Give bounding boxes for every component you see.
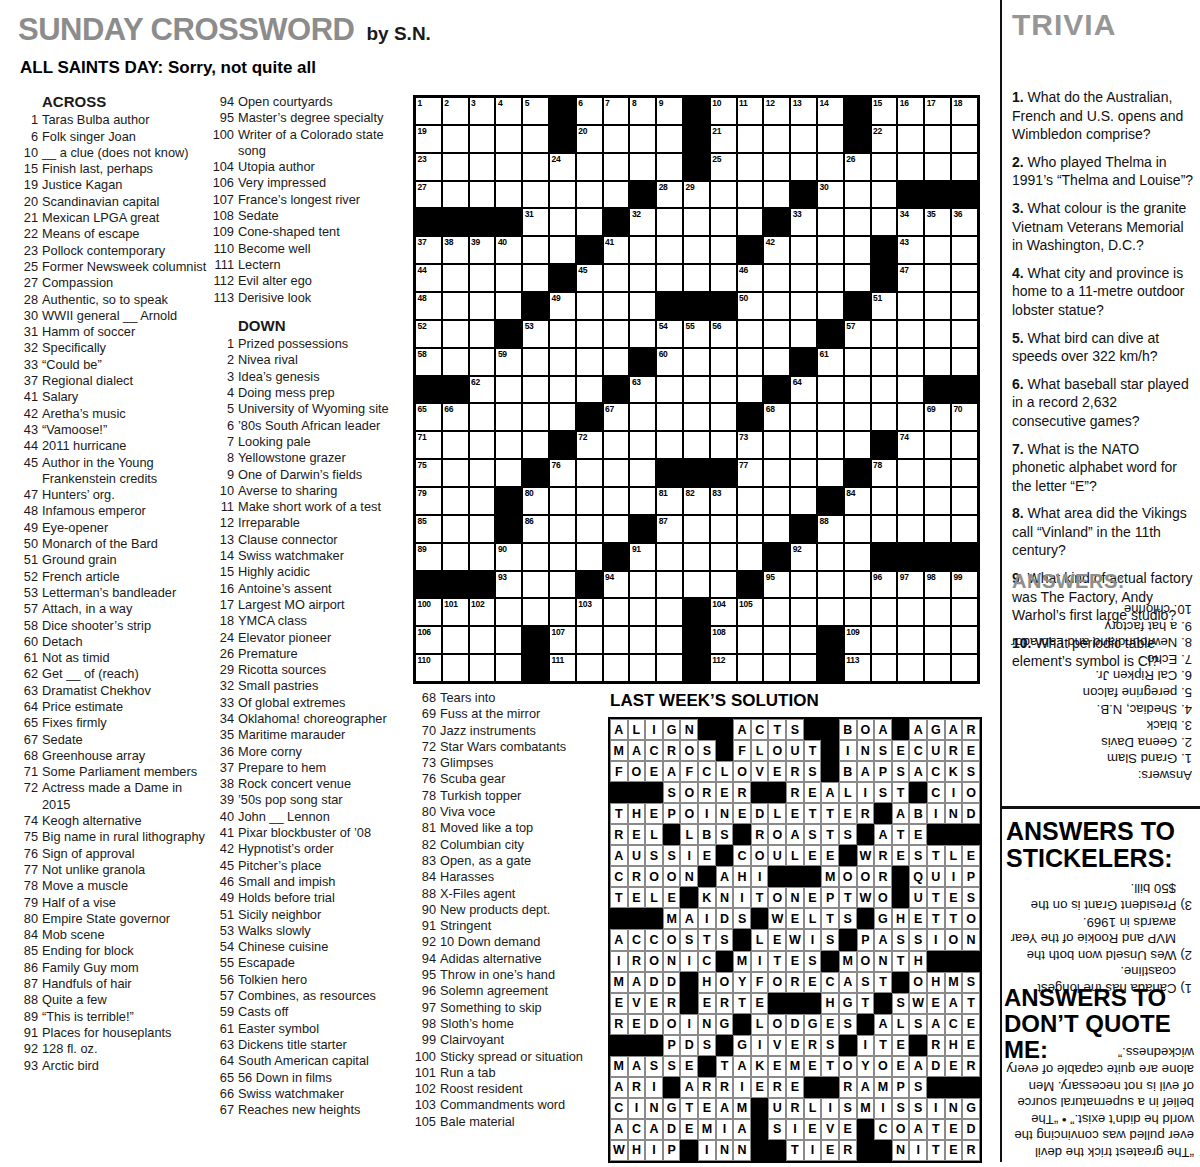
grid-cell[interactable] — [790, 236, 817, 264]
grid-cell[interactable] — [951, 320, 978, 348]
grid-cell[interactable] — [469, 515, 496, 543]
grid-cell[interactable] — [549, 515, 576, 543]
grid-cell[interactable]: 73 — [737, 431, 764, 459]
grid-cell[interactable] — [737, 376, 764, 404]
grid-cell[interactable] — [469, 654, 496, 682]
grid-cell[interactable] — [951, 153, 978, 181]
grid-cell[interactable]: 107 — [549, 626, 576, 654]
grid-cell[interactable]: 6 — [576, 97, 603, 125]
grid-cell[interactable]: 108 — [710, 626, 737, 654]
grid-cell[interactable] — [522, 431, 549, 459]
grid-cell[interactable]: 75 — [415, 459, 442, 487]
grid-cell[interactable] — [790, 153, 817, 181]
grid-cell[interactable]: 65 — [415, 403, 442, 431]
grid-cell[interactable] — [737, 348, 764, 376]
grid-cell[interactable] — [576, 654, 603, 682]
grid-cell[interactable] — [790, 292, 817, 320]
grid-cell[interactable] — [629, 598, 656, 626]
grid-cell[interactable]: 66 — [442, 403, 469, 431]
grid-cell[interactable] — [871, 348, 898, 376]
grid-cell[interactable] — [549, 181, 576, 209]
grid-cell[interactable]: 98 — [924, 571, 951, 599]
grid-cell[interactable]: 89 — [415, 543, 442, 571]
grid-cell[interactable] — [683, 208, 710, 236]
grid-cell[interactable] — [871, 487, 898, 515]
grid-cell[interactable] — [603, 626, 630, 654]
grid-cell[interactable]: 53 — [522, 320, 549, 348]
grid-cell[interactable] — [656, 236, 683, 264]
grid-cell[interactable] — [442, 264, 469, 292]
grid-cell[interactable]: 109 — [844, 626, 871, 654]
grid-cell[interactable] — [844, 515, 871, 543]
grid-cell[interactable] — [603, 348, 630, 376]
grid-cell[interactable] — [737, 153, 764, 181]
grid-cell[interactable]: 71 — [415, 431, 442, 459]
grid-cell[interactable] — [442, 626, 469, 654]
grid-cell[interactable] — [871, 153, 898, 181]
grid-cell[interactable]: 68 — [763, 403, 790, 431]
grid-cell[interactable] — [495, 264, 522, 292]
grid-cell[interactable] — [817, 403, 844, 431]
grid-cell[interactable]: 4 — [495, 97, 522, 125]
grid-cell[interactable] — [790, 654, 817, 682]
grid-cell[interactable] — [763, 598, 790, 626]
grid-cell[interactable] — [790, 320, 817, 348]
grid-cell[interactable]: 102 — [469, 598, 496, 626]
grid-cell[interactable] — [549, 236, 576, 264]
grid-cell[interactable] — [683, 264, 710, 292]
grid-cell[interactable]: 82 — [683, 487, 710, 515]
grid-cell[interactable] — [683, 236, 710, 264]
grid-cell[interactable] — [817, 292, 844, 320]
grid-cell[interactable] — [442, 181, 469, 209]
grid-cell[interactable] — [897, 153, 924, 181]
grid-cell[interactable] — [442, 654, 469, 682]
grid-cell[interactable] — [844, 571, 871, 599]
grid-cell[interactable] — [549, 543, 576, 571]
grid-cell[interactable]: 83 — [710, 487, 737, 515]
grid-cell[interactable] — [656, 376, 683, 404]
grid-cell[interactable]: 42 — [763, 236, 790, 264]
grid-cell[interactable]: 95 — [763, 571, 790, 599]
grid-cell[interactable] — [656, 153, 683, 181]
grid-cell[interactable]: 92 — [790, 543, 817, 571]
grid-cell[interactable]: 7 — [603, 97, 630, 125]
grid-cell[interactable] — [442, 348, 469, 376]
grid-cell[interactable] — [656, 208, 683, 236]
grid-cell[interactable] — [951, 431, 978, 459]
grid-cell[interactable] — [522, 543, 549, 571]
grid-cell[interactable] — [924, 292, 951, 320]
grid-cell[interactable] — [924, 236, 951, 264]
grid-cell[interactable] — [951, 236, 978, 264]
grid-cell[interactable] — [951, 459, 978, 487]
grid-cell[interactable]: 51 — [871, 292, 898, 320]
grid-cell[interactable] — [469, 543, 496, 571]
grid-cell[interactable]: 77 — [737, 459, 764, 487]
grid-cell[interactable] — [737, 515, 764, 543]
grid-cell[interactable]: 61 — [817, 348, 844, 376]
grid-cell[interactable] — [576, 320, 603, 348]
grid-cell[interactable]: 29 — [683, 181, 710, 209]
grid-cell[interactable] — [710, 264, 737, 292]
grid-cell[interactable] — [924, 626, 951, 654]
grid-cell[interactable] — [951, 487, 978, 515]
grid-cell[interactable] — [603, 487, 630, 515]
grid-cell[interactable] — [522, 571, 549, 599]
grid-cell[interactable] — [549, 571, 576, 599]
grid-cell[interactable] — [469, 487, 496, 515]
grid-cell[interactable]: 23 — [415, 153, 442, 181]
grid-cell[interactable] — [629, 153, 656, 181]
grid-cell[interactable]: 15 — [871, 97, 898, 125]
grid-cell[interactable] — [844, 208, 871, 236]
grid-cell[interactable] — [844, 403, 871, 431]
grid-cell[interactable] — [790, 598, 817, 626]
grid-cell[interactable] — [469, 403, 496, 431]
grid-cell[interactable] — [522, 181, 549, 209]
grid-cell[interactable] — [763, 125, 790, 153]
grid-cell[interactable]: 49 — [549, 292, 576, 320]
grid-cell[interactable] — [951, 598, 978, 626]
grid-cell[interactable] — [897, 348, 924, 376]
grid-cell[interactable]: 27 — [415, 181, 442, 209]
grid-cell[interactable] — [817, 153, 844, 181]
grid-cell[interactable] — [469, 459, 496, 487]
grid-cell[interactable]: 111 — [549, 654, 576, 682]
grid-cell[interactable]: 1 — [415, 97, 442, 125]
grid-cell[interactable] — [495, 292, 522, 320]
grid-cell[interactable]: 56 — [710, 320, 737, 348]
grid-cell[interactable] — [522, 236, 549, 264]
grid-cell[interactable] — [763, 348, 790, 376]
crossword-grid[interactable]: 1234567891011121314151617181920212223242… — [413, 95, 980, 684]
grid-cell[interactable]: 48 — [415, 292, 442, 320]
grid-cell[interactable] — [710, 376, 737, 404]
grid-cell[interactable] — [897, 403, 924, 431]
grid-cell[interactable] — [495, 459, 522, 487]
grid-cell[interactable] — [603, 598, 630, 626]
grid-cell[interactable] — [763, 181, 790, 209]
grid-cell[interactable] — [817, 264, 844, 292]
grid-cell[interactable]: 45 — [576, 264, 603, 292]
grid-cell[interactable]: 12 — [763, 97, 790, 125]
grid-cell[interactable] — [763, 459, 790, 487]
grid-cell[interactable] — [522, 153, 549, 181]
grid-cell[interactable] — [603, 125, 630, 153]
grid-cell[interactable] — [763, 264, 790, 292]
grid-cell[interactable] — [951, 125, 978, 153]
grid-cell[interactable] — [737, 181, 764, 209]
grid-cell[interactable]: 94 — [603, 571, 630, 599]
grid-cell[interactable] — [629, 264, 656, 292]
grid-cell[interactable] — [629, 292, 656, 320]
grid-cell[interactable] — [603, 431, 630, 459]
grid-cell[interactable] — [469, 431, 496, 459]
grid-cell[interactable] — [924, 264, 951, 292]
grid-cell[interactable] — [495, 153, 522, 181]
grid-cell[interactable] — [522, 125, 549, 153]
grid-cell[interactable]: 33 — [790, 208, 817, 236]
grid-cell[interactable] — [469, 125, 496, 153]
grid-cell[interactable] — [442, 487, 469, 515]
grid-cell[interactable]: 16 — [897, 97, 924, 125]
grid-cell[interactable] — [495, 654, 522, 682]
grid-cell[interactable]: 30 — [817, 181, 844, 209]
grid-cell[interactable] — [603, 264, 630, 292]
grid-cell[interactable] — [442, 459, 469, 487]
grid-cell[interactable]: 62 — [469, 376, 496, 404]
grid-cell[interactable]: 19 — [415, 125, 442, 153]
grid-cell[interactable] — [603, 654, 630, 682]
grid-cell[interactable]: 37 — [415, 236, 442, 264]
grid-cell[interactable] — [897, 376, 924, 404]
grid-cell[interactable] — [951, 515, 978, 543]
grid-cell[interactable] — [790, 125, 817, 153]
grid-cell[interactable]: 38 — [442, 236, 469, 264]
grid-cell[interactable]: 70 — [951, 403, 978, 431]
grid-cell[interactable] — [871, 515, 898, 543]
grid-cell[interactable]: 36 — [951, 208, 978, 236]
grid-cell[interactable] — [656, 403, 683, 431]
grid-cell[interactable]: 9 — [656, 97, 683, 125]
grid-cell[interactable] — [442, 515, 469, 543]
grid-cell[interactable] — [576, 292, 603, 320]
grid-cell[interactable]: 85 — [415, 515, 442, 543]
grid-cell[interactable] — [549, 403, 576, 431]
grid-cell[interactable] — [683, 376, 710, 404]
grid-cell[interactable] — [844, 543, 871, 571]
grid-cell[interactable] — [790, 264, 817, 292]
grid-cell[interactable]: 24 — [549, 153, 576, 181]
grid-cell[interactable] — [683, 571, 710, 599]
grid-cell[interactable] — [629, 459, 656, 487]
grid-cell[interactable] — [549, 487, 576, 515]
grid-cell[interactable] — [469, 264, 496, 292]
grid-cell[interactable] — [924, 487, 951, 515]
grid-cell[interactable] — [924, 654, 951, 682]
grid-cell[interactable]: 54 — [656, 320, 683, 348]
grid-cell[interactable]: 44 — [415, 264, 442, 292]
grid-cell[interactable]: 39 — [469, 236, 496, 264]
grid-cell[interactable] — [469, 626, 496, 654]
grid-cell[interactable] — [603, 292, 630, 320]
grid-cell[interactable]: 90 — [495, 543, 522, 571]
grid-cell[interactable] — [629, 236, 656, 264]
grid-cell[interactable]: 46 — [737, 264, 764, 292]
grid-cell[interactable] — [817, 543, 844, 571]
grid-cell[interactable] — [951, 264, 978, 292]
grid-cell[interactable]: 14 — [817, 97, 844, 125]
grid-cell[interactable]: 97 — [897, 571, 924, 599]
grid-cell[interactable] — [790, 431, 817, 459]
grid-cell[interactable] — [469, 292, 496, 320]
grid-cell[interactable]: 104 — [710, 598, 737, 626]
grid-cell[interactable]: 41 — [603, 236, 630, 264]
grid-cell[interactable] — [629, 571, 656, 599]
grid-cell[interactable] — [629, 654, 656, 682]
grid-cell[interactable] — [710, 571, 737, 599]
grid-cell[interactable] — [576, 487, 603, 515]
grid-cell[interactable] — [495, 376, 522, 404]
grid-cell[interactable] — [924, 153, 951, 181]
grid-cell[interactable] — [710, 543, 737, 571]
grid-cell[interactable]: 100 — [415, 598, 442, 626]
grid-cell[interactable]: 40 — [495, 236, 522, 264]
grid-cell[interactable] — [495, 181, 522, 209]
grid-cell[interactable] — [576, 626, 603, 654]
grid-cell[interactable] — [710, 236, 737, 264]
grid-cell[interactable] — [924, 598, 951, 626]
grid-cell[interactable] — [629, 403, 656, 431]
grid-cell[interactable]: 105 — [737, 598, 764, 626]
grid-cell[interactable] — [871, 654, 898, 682]
grid-cell[interactable]: 25 — [710, 153, 737, 181]
grid-cell[interactable]: 57 — [844, 320, 871, 348]
grid-cell[interactable]: 52 — [415, 320, 442, 348]
grid-cell[interactable] — [603, 459, 630, 487]
grid-cell[interactable] — [897, 515, 924, 543]
grid-cell[interactable] — [683, 431, 710, 459]
grid-cell[interactable] — [817, 208, 844, 236]
grid-cell[interactable] — [495, 598, 522, 626]
grid-cell[interactable] — [710, 403, 737, 431]
grid-cell[interactable] — [897, 487, 924, 515]
grid-cell[interactable] — [603, 515, 630, 543]
grid-cell[interactable]: 67 — [603, 403, 630, 431]
grid-cell[interactable] — [924, 431, 951, 459]
grid-cell[interactable] — [495, 403, 522, 431]
grid-cell[interactable] — [790, 403, 817, 431]
grid-cell[interactable] — [442, 543, 469, 571]
grid-cell[interactable] — [897, 292, 924, 320]
grid-cell[interactable] — [871, 403, 898, 431]
grid-cell[interactable] — [844, 236, 871, 264]
grid-cell[interactable] — [817, 236, 844, 264]
grid-cell[interactable]: 72 — [576, 431, 603, 459]
grid-cell[interactable] — [737, 626, 764, 654]
grid-cell[interactable] — [790, 626, 817, 654]
grid-cell[interactable]: 34 — [897, 208, 924, 236]
grid-cell[interactable] — [737, 543, 764, 571]
grid-cell[interactable] — [576, 376, 603, 404]
grid-cell[interactable] — [656, 626, 683, 654]
grid-cell[interactable]: 86 — [522, 515, 549, 543]
grid-cell[interactable] — [871, 208, 898, 236]
grid-cell[interactable]: 5 — [522, 97, 549, 125]
grid-cell[interactable] — [897, 654, 924, 682]
grid-cell[interactable] — [469, 320, 496, 348]
grid-cell[interactable] — [844, 181, 871, 209]
grid-cell[interactable] — [683, 543, 710, 571]
grid-cell[interactable]: 10 — [710, 97, 737, 125]
grid-cell[interactable] — [763, 153, 790, 181]
grid-cell[interactable] — [549, 376, 576, 404]
grid-cell[interactable] — [924, 348, 951, 376]
grid-cell[interactable] — [710, 348, 737, 376]
grid-cell[interactable]: 11 — [737, 97, 764, 125]
grid-cell[interactable] — [737, 320, 764, 348]
grid-cell[interactable] — [817, 598, 844, 626]
grid-cell[interactable] — [924, 320, 951, 348]
grid-cell[interactable]: 60 — [656, 348, 683, 376]
grid-cell[interactable]: 99 — [951, 571, 978, 599]
grid-cell[interactable] — [495, 125, 522, 153]
grid-cell[interactable] — [522, 348, 549, 376]
grid-cell[interactable] — [576, 153, 603, 181]
grid-cell[interactable] — [844, 431, 871, 459]
grid-cell[interactable] — [495, 626, 522, 654]
grid-cell[interactable]: 22 — [871, 125, 898, 153]
grid-cell[interactable] — [844, 598, 871, 626]
grid-cell[interactable] — [871, 376, 898, 404]
grid-cell[interactable] — [897, 125, 924, 153]
grid-cell[interactable]: 31 — [522, 208, 549, 236]
grid-cell[interactable] — [763, 487, 790, 515]
grid-cell[interactable] — [763, 626, 790, 654]
grid-cell[interactable] — [737, 487, 764, 515]
grid-cell[interactable]: 96 — [871, 571, 898, 599]
grid-cell[interactable] — [817, 125, 844, 153]
grid-cell[interactable] — [844, 348, 871, 376]
grid-cell[interactable] — [763, 431, 790, 459]
grid-cell[interactable] — [897, 598, 924, 626]
grid-cell[interactable] — [844, 264, 871, 292]
grid-cell[interactable]: 28 — [656, 181, 683, 209]
grid-cell[interactable] — [951, 626, 978, 654]
grid-cell[interactable] — [629, 125, 656, 153]
grid-cell[interactable]: 47 — [897, 264, 924, 292]
grid-cell[interactable] — [924, 515, 951, 543]
grid-cell[interactable] — [710, 515, 737, 543]
grid-cell[interactable] — [522, 598, 549, 626]
grid-cell[interactable]: 63 — [629, 376, 656, 404]
grid-cell[interactable] — [871, 626, 898, 654]
grid-cell[interactable] — [442, 292, 469, 320]
grid-cell[interactable] — [817, 431, 844, 459]
grid-cell[interactable] — [817, 571, 844, 599]
grid-cell[interactable]: 80 — [522, 487, 549, 515]
grid-cell[interactable]: 93 — [495, 571, 522, 599]
grid-cell[interactable] — [763, 654, 790, 682]
grid-cell[interactable] — [495, 431, 522, 459]
grid-cell[interactable] — [817, 376, 844, 404]
grid-cell[interactable] — [897, 459, 924, 487]
grid-cell[interactable]: 3 — [469, 97, 496, 125]
grid-cell[interactable]: 17 — [924, 97, 951, 125]
grid-cell[interactable] — [763, 515, 790, 543]
grid-cell[interactable] — [442, 431, 469, 459]
grid-cell[interactable]: 79 — [415, 487, 442, 515]
grid-cell[interactable] — [897, 626, 924, 654]
grid-cell[interactable] — [951, 292, 978, 320]
grid-cell[interactable] — [844, 376, 871, 404]
grid-cell[interactable]: 101 — [442, 598, 469, 626]
grid-cell[interactable] — [951, 348, 978, 376]
grid-cell[interactable] — [763, 320, 790, 348]
grid-cell[interactable]: 35 — [924, 208, 951, 236]
grid-cell[interactable] — [522, 264, 549, 292]
grid-cell[interactable]: 112 — [710, 654, 737, 682]
grid-cell[interactable] — [442, 125, 469, 153]
grid-cell[interactable] — [817, 459, 844, 487]
grid-cell[interactable] — [549, 598, 576, 626]
grid-cell[interactable] — [549, 348, 576, 376]
grid-cell[interactable] — [576, 515, 603, 543]
grid-cell[interactable] — [790, 459, 817, 487]
grid-cell[interactable]: 58 — [415, 348, 442, 376]
grid-cell[interactable]: 8 — [629, 97, 656, 125]
